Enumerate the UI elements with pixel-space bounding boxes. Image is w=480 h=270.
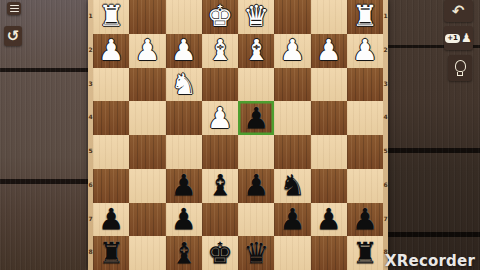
rank-labels-right: 12345678 bbox=[383, 0, 388, 270]
square-b8[interactable] bbox=[311, 236, 347, 270]
square-b4[interactable] bbox=[311, 101, 347, 135]
square-h6[interactable] bbox=[93, 169, 129, 203]
square-f7[interactable]: ♟ bbox=[166, 203, 202, 237]
square-g6[interactable] bbox=[129, 169, 165, 203]
rank-label-5: 5 bbox=[383, 148, 388, 154]
hamburger-icon bbox=[10, 5, 19, 7]
rank-label-1: 1 bbox=[383, 13, 388, 19]
square-d1[interactable]: ♛ bbox=[238, 0, 274, 34]
square-c6[interactable]: ♞ bbox=[274, 169, 310, 203]
white-rook[interactable]: ♜ bbox=[98, 0, 124, 33]
square-d4[interactable]: ♟ bbox=[238, 101, 274, 135]
square-h7[interactable]: ♟ bbox=[93, 203, 129, 237]
square-d8[interactable]: ♛ bbox=[238, 236, 274, 270]
white-rook[interactable]: ♜ bbox=[352, 0, 378, 33]
square-f6[interactable]: ♟ bbox=[166, 169, 202, 203]
square-e6[interactable]: ♝ bbox=[202, 169, 238, 203]
square-b3[interactable] bbox=[311, 68, 347, 102]
square-g1[interactable] bbox=[129, 0, 165, 34]
black-pawn[interactable]: ♟ bbox=[171, 203, 197, 236]
menu-button[interactable] bbox=[7, 2, 21, 15]
square-c1[interactable] bbox=[274, 0, 310, 34]
black-pawn[interactable]: ♟ bbox=[243, 102, 269, 135]
plus-one-hint-button[interactable]: +1 ♟ bbox=[444, 26, 473, 50]
square-e4[interactable]: ♟ bbox=[202, 101, 238, 135]
square-d3[interactable] bbox=[238, 68, 274, 102]
white-pawn[interactable]: ♟ bbox=[352, 34, 378, 67]
square-e1[interactable]: ♚ bbox=[202, 0, 238, 34]
square-b2[interactable]: ♟ bbox=[311, 34, 347, 68]
board-squares: ♜♚♛♜♟♟♟♝♝♟♟♟♞♟♟♟♝♟♞♟♟♟♟♟♜♝♚♛♜ bbox=[93, 0, 383, 270]
black-rook[interactable]: ♜ bbox=[98, 237, 124, 270]
square-h8[interactable]: ♜ bbox=[93, 236, 129, 270]
white-pawn[interactable]: ♟ bbox=[316, 34, 342, 67]
rank-label-3: 3 bbox=[383, 81, 388, 87]
square-a4[interactable] bbox=[347, 101, 383, 135]
black-pawn[interactable]: ♟ bbox=[316, 203, 342, 236]
rank-label-2: 2 bbox=[383, 47, 388, 53]
square-a6[interactable] bbox=[347, 169, 383, 203]
black-king[interactable]: ♚ bbox=[207, 237, 233, 270]
square-h1[interactable]: ♜ bbox=[93, 0, 129, 34]
square-d7[interactable] bbox=[238, 203, 274, 237]
square-e5[interactable] bbox=[202, 135, 238, 169]
app-screen: 12345678 ♜♚♛♜♟♟♟♝♝♟♟♟♞♟♟♟♝♟♞♟♟♟♟♟♜♝♚♛♜ 1… bbox=[0, 0, 480, 270]
flip-board-button[interactable]: ↺ bbox=[4, 26, 22, 46]
black-bishop[interactable]: ♝ bbox=[171, 237, 197, 270]
white-pawn[interactable]: ♟ bbox=[171, 34, 197, 67]
rank-label-7: 7 bbox=[383, 216, 388, 222]
square-c2[interactable]: ♟ bbox=[274, 34, 310, 68]
square-a3[interactable] bbox=[347, 68, 383, 102]
square-f4[interactable] bbox=[166, 101, 202, 135]
black-pawn[interactable]: ♟ bbox=[352, 203, 378, 236]
black-bishop[interactable]: ♝ bbox=[207, 169, 233, 202]
square-f8[interactable]: ♝ bbox=[166, 236, 202, 270]
square-h3[interactable] bbox=[93, 68, 129, 102]
square-h4[interactable] bbox=[93, 101, 129, 135]
plus-one-badge: +1 bbox=[445, 34, 460, 43]
square-h2[interactable]: ♟ bbox=[93, 34, 129, 68]
lightbulb-icon bbox=[455, 60, 466, 72]
hamburger-icon bbox=[10, 11, 19, 13]
black-pawn[interactable]: ♟ bbox=[98, 203, 124, 236]
square-g8[interactable] bbox=[129, 236, 165, 270]
square-f5[interactable] bbox=[166, 135, 202, 169]
square-b1[interactable] bbox=[311, 0, 347, 34]
black-pawn[interactable]: ♟ bbox=[279, 203, 305, 236]
square-g3[interactable] bbox=[129, 68, 165, 102]
hamburger-icon bbox=[10, 8, 19, 10]
hint-button[interactable] bbox=[448, 55, 472, 81]
screen-recorder-watermark: XRecorder bbox=[385, 252, 475, 270]
lightbulb-base-icon bbox=[457, 72, 463, 76]
square-c4[interactable] bbox=[274, 101, 310, 135]
square-a8[interactable]: ♜ bbox=[347, 236, 383, 270]
square-f2[interactable]: ♟ bbox=[166, 34, 202, 68]
square-g7[interactable] bbox=[129, 203, 165, 237]
black-queen[interactable]: ♛ bbox=[243, 237, 269, 270]
square-c8[interactable] bbox=[274, 236, 310, 270]
black-rook[interactable]: ♜ bbox=[352, 237, 378, 270]
square-g4[interactable] bbox=[129, 101, 165, 135]
white-king[interactable]: ♚ bbox=[207, 0, 233, 33]
square-b5[interactable] bbox=[311, 135, 347, 169]
white-pawn[interactable]: ♟ bbox=[98, 34, 124, 67]
white-queen[interactable]: ♛ bbox=[243, 0, 269, 33]
square-a2[interactable]: ♟ bbox=[347, 34, 383, 68]
square-c5[interactable] bbox=[274, 135, 310, 169]
square-e3[interactable] bbox=[202, 68, 238, 102]
white-bishop[interactable]: ♝ bbox=[207, 34, 233, 67]
white-knight[interactable]: ♞ bbox=[171, 68, 197, 101]
rank-label-4: 4 bbox=[383, 114, 388, 120]
black-knight[interactable]: ♞ bbox=[279, 169, 305, 202]
chess-board: 12345678 ♜♚♛♜♟♟♟♝♝♟♟♟♞♟♟♟♝♟♞♟♟♟♟♟♜♝♚♛♜ 1… bbox=[88, 0, 388, 270]
square-f3[interactable]: ♞ bbox=[166, 68, 202, 102]
square-a5[interactable] bbox=[347, 135, 383, 169]
undo-arrow-icon: ↶ bbox=[451, 1, 466, 21]
square-h5[interactable] bbox=[93, 135, 129, 169]
rank-label-6: 6 bbox=[383, 182, 388, 188]
square-c3[interactable] bbox=[274, 68, 310, 102]
square-e2[interactable]: ♝ bbox=[202, 34, 238, 68]
square-e8[interactable]: ♚ bbox=[202, 236, 238, 270]
square-b6[interactable] bbox=[311, 169, 347, 203]
square-g5[interactable] bbox=[129, 135, 165, 169]
square-b7[interactable]: ♟ bbox=[311, 203, 347, 237]
white-pawn[interactable]: ♟ bbox=[134, 34, 160, 67]
square-c7[interactable]: ♟ bbox=[274, 203, 310, 237]
rotate-icon: ↺ bbox=[7, 27, 20, 45]
white-pawn[interactable]: ♟ bbox=[207, 102, 233, 135]
white-bishop[interactable]: ♝ bbox=[243, 34, 269, 67]
square-g2[interactable]: ♟ bbox=[129, 34, 165, 68]
white-pawn[interactable]: ♟ bbox=[279, 34, 305, 67]
square-a7[interactable]: ♟ bbox=[347, 203, 383, 237]
black-pawn[interactable]: ♟ bbox=[243, 169, 269, 202]
square-a1[interactable]: ♜ bbox=[347, 0, 383, 34]
square-d5[interactable] bbox=[238, 135, 274, 169]
undo-move-button[interactable]: ↶ bbox=[444, 0, 473, 22]
square-d2[interactable]: ♝ bbox=[238, 34, 274, 68]
chess-piece-icon: ♟ bbox=[461, 32, 472, 44]
square-d6[interactable]: ♟ bbox=[238, 169, 274, 203]
square-f1[interactable] bbox=[166, 0, 202, 34]
black-pawn[interactable]: ♟ bbox=[171, 169, 197, 202]
square-e7[interactable] bbox=[202, 203, 238, 237]
